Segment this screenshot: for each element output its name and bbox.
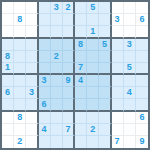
cell-r4-c2-empty[interactable]: [26, 51, 38, 63]
cell-r2-c6-empty[interactable]: [75, 26, 87, 38]
cell-r11-c0-empty[interactable]: [2, 136, 14, 148]
cell-r8-c4-empty[interactable]: [51, 99, 63, 111]
cell-r8-c6-empty[interactable]: [75, 99, 87, 111]
cell-r10-c1-empty[interactable]: [14, 124, 26, 136]
cell-r10-c7-given[interactable]: 2: [87, 124, 99, 136]
cell-r7-c3-empty[interactable]: [39, 87, 51, 99]
cell-r1-c11-given[interactable]: 6: [136, 14, 148, 26]
cell-r11-c6-empty[interactable]: [75, 136, 87, 148]
cell-r1-c0-empty[interactable]: [2, 14, 14, 26]
cell-r5-c5-empty[interactable]: [63, 63, 75, 75]
cell-r2-c0-empty[interactable]: [2, 26, 14, 38]
cell-r2-c1-empty[interactable]: [14, 26, 26, 38]
cell-r2-c2-empty[interactable]: [26, 26, 38, 38]
cell-r9-c11-given[interactable]: 6: [136, 112, 148, 124]
cell-r9-c9-empty[interactable]: [112, 112, 124, 124]
cell-r9-c2-empty[interactable]: [26, 112, 38, 124]
cell-r3-c11-empty[interactable]: [136, 39, 148, 51]
cell-r11-c3-empty[interactable]: [39, 136, 51, 148]
cell-r10-c0-empty[interactable]: [2, 124, 14, 136]
cell-r2-c5-empty[interactable]: [63, 26, 75, 38]
cell-r10-c11-empty[interactable]: [136, 124, 148, 136]
cell-r0-c0-empty[interactable]: [2, 2, 14, 14]
cell-r6-c1-empty[interactable]: [14, 75, 26, 87]
cell-r11-c2-empty[interactable]: [26, 136, 38, 148]
cell-r0-c11-empty[interactable]: [136, 2, 148, 14]
cell-r4-c10-empty[interactable]: [124, 51, 136, 63]
cell-r5-c3-empty[interactable]: [39, 63, 51, 75]
cell-r5-c1-empty[interactable]: [14, 63, 26, 75]
cell-r3-c6-given[interactable]: 8: [75, 39, 87, 51]
cell-r7-c6-empty[interactable]: [75, 87, 87, 99]
cell-r10-c4-empty[interactable]: [51, 124, 63, 136]
cell-r2-c10-empty[interactable]: [124, 26, 136, 38]
cell-r3-c0-empty[interactable]: [2, 39, 14, 51]
cell-r7-c2-given[interactable]: 3: [26, 87, 38, 99]
cell-r0-c10-empty[interactable]: [124, 2, 136, 14]
cell-r6-c0-empty[interactable]: [2, 75, 14, 87]
cell-r5-c11-empty[interactable]: [136, 63, 148, 75]
cell-r3-c10-given[interactable]: 3: [124, 39, 136, 51]
cell-r4-c3-empty[interactable]: [39, 51, 51, 63]
cell-r9-c8-empty[interactable]: [99, 112, 111, 124]
cell-r0-c8-empty[interactable]: [99, 2, 111, 14]
cell-r2-c3-empty[interactable]: [39, 26, 51, 38]
cell-r1-c4-empty[interactable]: [51, 14, 63, 26]
cell-r0-c6-empty[interactable]: [75, 2, 87, 14]
cell-r0-c7-given[interactable]: 5: [87, 2, 99, 14]
cell-r7-c8-empty[interactable]: [99, 87, 111, 99]
cell-r11-c1-given[interactable]: 2: [14, 136, 26, 148]
cell-r9-c0-empty[interactable]: [2, 112, 14, 124]
cell-r7-c10-given[interactable]: 4: [124, 87, 136, 99]
cell-r10-c3-given[interactable]: 4: [39, 124, 51, 136]
cell-r3-c9-empty[interactable]: [112, 39, 124, 51]
cell-r9-c3-empty[interactable]: [39, 112, 51, 124]
cell-r4-c11-empty[interactable]: [136, 51, 148, 63]
cell-r0-c9-empty[interactable]: [112, 2, 124, 14]
cell-r6-c7-empty[interactable]: [87, 75, 99, 87]
cell-r3-c5-empty[interactable]: [63, 39, 75, 51]
cell-r5-c7-empty[interactable]: [87, 63, 99, 75]
cell-r2-c11-empty[interactable]: [136, 26, 148, 38]
cell-r1-c2-empty[interactable]: [26, 14, 38, 26]
cell-r1-c1-given[interactable]: 8: [14, 14, 26, 26]
cell-r9-c1-given[interactable]: 8: [14, 112, 26, 124]
cell-r6-c11-empty[interactable]: [136, 75, 148, 87]
cell-r10-c8-empty[interactable]: [99, 124, 111, 136]
cell-r7-c0-given[interactable]: 6: [2, 87, 14, 99]
cell-r0-c5-given[interactable]: 2: [63, 2, 75, 14]
cell-r1-c3-empty[interactable]: [39, 14, 51, 26]
cell-r0-c2-empty[interactable]: [26, 2, 38, 14]
cell-r11-c10-empty[interactable]: [124, 136, 136, 148]
cell-r5-c0-given[interactable]: 1: [2, 63, 14, 75]
cell-r8-c3-given[interactable]: 6: [39, 99, 51, 111]
cell-r0-c4-given[interactable]: 3: [51, 2, 63, 14]
sudoku-board: 325836185382175394634686472279: [0, 0, 150, 150]
cell-r4-c7-empty[interactable]: [87, 51, 99, 63]
cell-r0-c3-empty[interactable]: [39, 2, 51, 14]
cell-r1-c8-empty[interactable]: [99, 14, 111, 26]
cell-r7-c9-empty[interactable]: [112, 87, 124, 99]
cell-r11-c7-empty[interactable]: [87, 136, 99, 148]
cell-r5-c9-empty[interactable]: [112, 63, 124, 75]
cell-r4-c1-empty[interactable]: [14, 51, 26, 63]
cell-r9-c7-empty[interactable]: [87, 112, 99, 124]
cell-r4-c8-empty[interactable]: [99, 51, 111, 63]
cell-r8-c10-empty[interactable]: [124, 99, 136, 111]
cell-r4-c0-given[interactable]: 8: [2, 51, 14, 63]
cell-r8-c2-empty[interactable]: [26, 99, 38, 111]
cell-r1-c5-empty[interactable]: [63, 14, 75, 26]
cell-r6-c8-empty[interactable]: [99, 75, 111, 87]
cell-r7-c11-empty[interactable]: [136, 87, 148, 99]
cell-r6-c4-empty[interactable]: [51, 75, 63, 87]
cell-r11-c4-empty[interactable]: [51, 136, 63, 148]
cell-r1-c9-given[interactable]: 3: [112, 14, 124, 26]
cell-r1-c7-empty[interactable]: [87, 14, 99, 26]
cell-r7-c1-empty[interactable]: [14, 87, 26, 99]
cell-r10-c10-empty[interactable]: [124, 124, 136, 136]
cell-r4-c6-empty[interactable]: [75, 51, 87, 63]
cell-r3-c7-empty[interactable]: [87, 39, 99, 51]
cell-r8-c0-empty[interactable]: [2, 99, 14, 111]
cell-r11-c11-given[interactable]: 9: [136, 136, 148, 148]
cell-r2-c9-empty[interactable]: [112, 26, 124, 38]
cell-r6-c2-empty[interactable]: [26, 75, 38, 87]
cell-r3-c2-empty[interactable]: [26, 39, 38, 51]
cell-r5-c6-given[interactable]: 7: [75, 63, 87, 75]
cell-r4-c4-given[interactable]: 2: [51, 51, 63, 63]
cell-r9-c6-empty[interactable]: [75, 112, 87, 124]
cell-r0-c1-empty[interactable]: [14, 2, 26, 14]
cell-r3-c4-empty[interactable]: [51, 39, 63, 51]
cell-r7-c4-empty[interactable]: [51, 87, 63, 99]
cell-r4-c5-empty[interactable]: [63, 51, 75, 63]
cell-r3-c8-given[interactable]: 5: [99, 39, 111, 51]
cell-r8-c11-empty[interactable]: [136, 99, 148, 111]
cell-r10-c2-empty[interactable]: [26, 124, 38, 136]
cell-r6-c5-given[interactable]: 9: [63, 75, 75, 87]
cell-r8-c9-empty[interactable]: [112, 99, 124, 111]
cell-r5-c8-empty[interactable]: [99, 63, 111, 75]
cell-r4-c9-empty[interactable]: [112, 51, 124, 63]
cell-r10-c6-empty[interactable]: [75, 124, 87, 136]
cell-r7-c5-empty[interactable]: [63, 87, 75, 99]
cell-r6-c6-given[interactable]: 4: [75, 75, 87, 87]
cell-r2-c7-given[interactable]: 1: [87, 26, 99, 38]
cell-r6-c10-empty[interactable]: [124, 75, 136, 87]
cell-r11-c8-empty[interactable]: [99, 136, 111, 148]
cell-r10-c5-given[interactable]: 7: [63, 124, 75, 136]
cell-r9-c4-empty[interactable]: [51, 112, 63, 124]
cell-r8-c1-empty[interactable]: [14, 99, 26, 111]
cell-r6-c9-empty[interactable]: [112, 75, 124, 87]
cell-r9-c5-empty[interactable]: [63, 112, 75, 124]
cell-r7-c7-empty[interactable]: [87, 87, 99, 99]
cell-r10-c9-empty[interactable]: [112, 124, 124, 136]
cell-r8-c5-empty[interactable]: [63, 99, 75, 111]
cell-r1-c10-empty[interactable]: [124, 14, 136, 26]
cell-r2-c4-empty[interactable]: [51, 26, 63, 38]
cell-r11-c9-given[interactable]: 7: [112, 136, 124, 148]
cell-r1-c6-empty[interactable]: [75, 14, 87, 26]
cell-r3-c3-empty[interactable]: [39, 39, 51, 51]
cell-r5-c4-empty[interactable]: [51, 63, 63, 75]
cell-r2-c8-empty[interactable]: [99, 26, 111, 38]
cell-r8-c8-empty[interactable]: [99, 99, 111, 111]
cell-r3-c1-empty[interactable]: [14, 39, 26, 51]
cell-r9-c10-empty[interactable]: [124, 112, 136, 124]
cell-r6-c3-given[interactable]: 3: [39, 75, 51, 87]
cell-r11-c5-empty[interactable]: [63, 136, 75, 148]
cell-r5-c2-empty[interactable]: [26, 63, 38, 75]
cell-r8-c7-empty[interactable]: [87, 99, 99, 111]
cell-r5-c10-given[interactable]: 5: [124, 63, 136, 75]
